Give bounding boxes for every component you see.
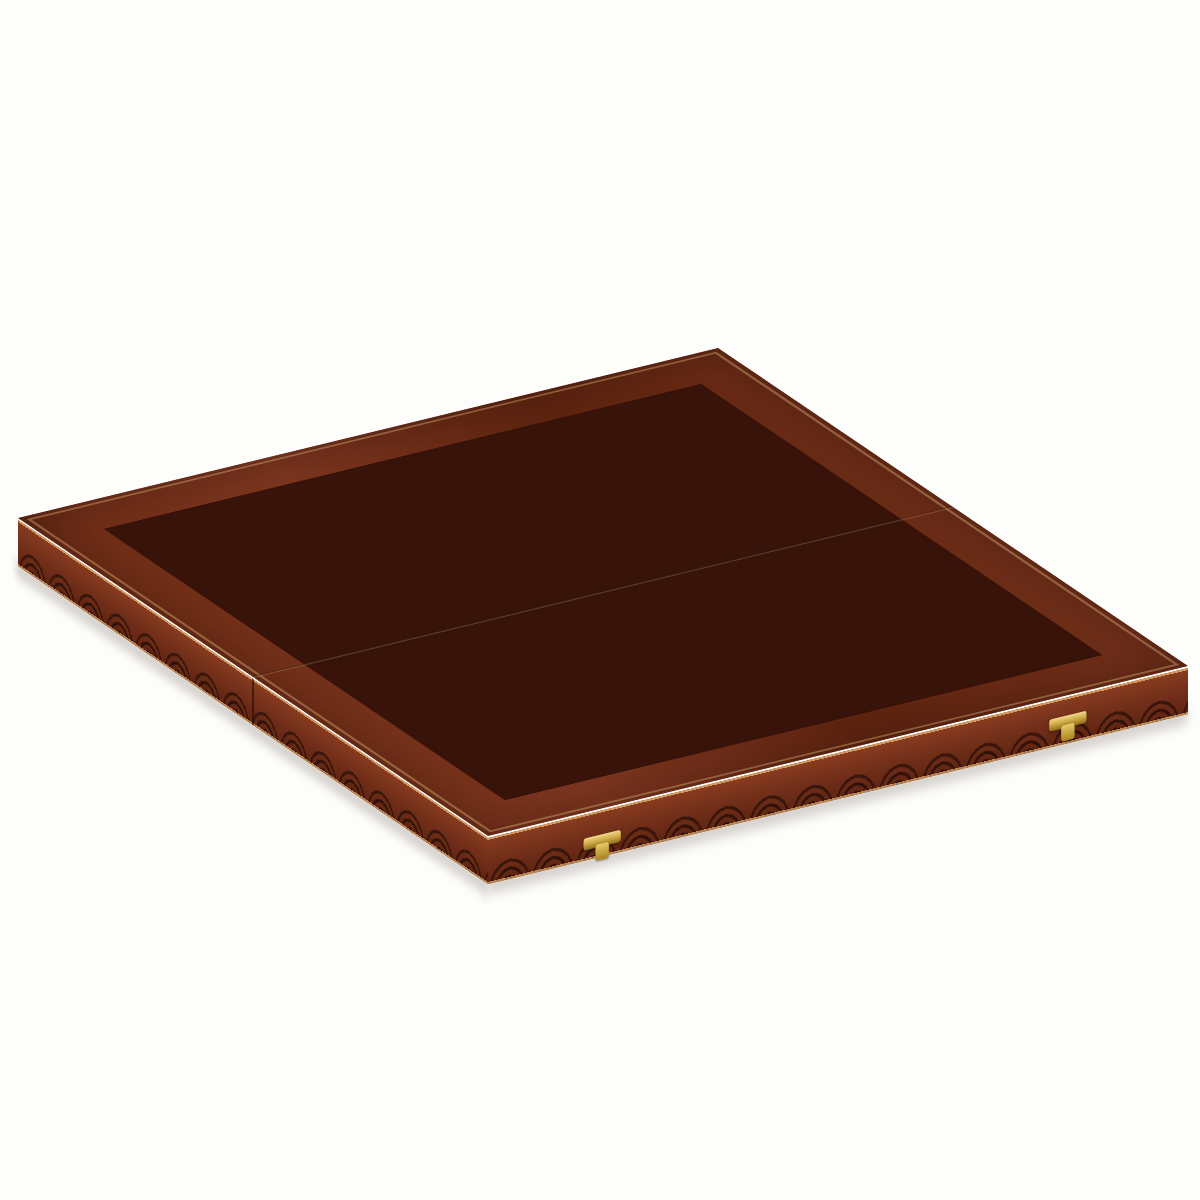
brass-latch-far xyxy=(1049,711,1086,732)
brass-latch-near xyxy=(584,830,621,851)
chess-set-photo xyxy=(0,0,1200,1200)
fold-seam-side xyxy=(252,678,254,725)
